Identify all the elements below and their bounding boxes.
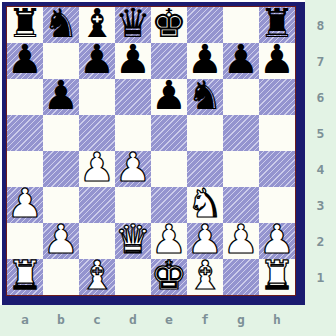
- piece-black-pawn[interactable]: ♟: [79, 41, 115, 77]
- square-a6[interactable]: [7, 79, 43, 115]
- rank-label-7: 7: [317, 54, 325, 69]
- piece-black-pawn[interactable]: ♟: [115, 41, 151, 77]
- square-e6[interactable]: ♟: [151, 79, 187, 115]
- piece-black-knight[interactable]: ♞: [187, 77, 223, 113]
- rank-label-5: 5: [317, 126, 325, 141]
- square-c1[interactable]: ♝: [79, 259, 115, 295]
- piece-black-pawn[interactable]: ♟: [223, 41, 259, 77]
- rank-label-4: 4: [317, 162, 325, 177]
- piece-white-king[interactable]: ♚: [151, 257, 187, 293]
- square-b1[interactable]: [43, 259, 79, 295]
- file-labels: abcdefgh: [7, 304, 295, 334]
- file-label-e: e: [151, 312, 187, 327]
- rank-label-6: 6: [317, 90, 325, 105]
- square-g4[interactable]: [223, 151, 259, 187]
- square-c4[interactable]: ♟: [79, 151, 115, 187]
- square-g6[interactable]: [223, 79, 259, 115]
- square-g7[interactable]: ♟: [223, 43, 259, 79]
- piece-white-pawn[interactable]: ♟: [7, 185, 43, 221]
- square-d4[interactable]: ♟: [115, 151, 151, 187]
- piece-black-king[interactable]: ♚: [151, 5, 187, 41]
- square-h5[interactable]: [259, 115, 295, 151]
- square-b4[interactable]: [43, 151, 79, 187]
- square-g1[interactable]: [223, 259, 259, 295]
- square-e4[interactable]: [151, 151, 187, 187]
- square-a3[interactable]: ♟: [7, 187, 43, 223]
- piece-white-pawn[interactable]: ♟: [223, 221, 259, 257]
- piece-white-rook[interactable]: ♜: [7, 257, 43, 293]
- square-h7[interactable]: ♟: [259, 43, 295, 79]
- square-a7[interactable]: ♟: [7, 43, 43, 79]
- rank-labels: 87654321: [305, 7, 336, 295]
- square-a5[interactable]: [7, 115, 43, 151]
- rank-label-1: 1: [317, 270, 325, 285]
- file-label-d: d: [115, 312, 151, 327]
- file-label-g: g: [223, 312, 259, 327]
- square-c6[interactable]: [79, 79, 115, 115]
- piece-white-pawn[interactable]: ♟: [79, 149, 115, 185]
- square-e1[interactable]: ♚: [151, 259, 187, 295]
- square-e5[interactable]: [151, 115, 187, 151]
- rank-label-2: 2: [317, 234, 325, 249]
- piece-white-bishop[interactable]: ♝: [79, 257, 115, 293]
- square-h6[interactable]: [259, 79, 295, 115]
- piece-white-pawn[interactable]: ♟: [43, 221, 79, 257]
- file-label-h: h: [259, 312, 295, 327]
- square-d7[interactable]: ♟: [115, 43, 151, 79]
- square-g5[interactable]: [223, 115, 259, 151]
- chess-diagram: ♜♞♝♛♚♜♟♟♟♟♟♟♟♟♞♟♟♟♞♟♛♟♟♟♟♜♝♚♝♜ abcdefgh …: [0, 0, 336, 336]
- piece-black-pawn[interactable]: ♟: [7, 41, 43, 77]
- piece-black-pawn[interactable]: ♟: [259, 41, 295, 77]
- square-f5[interactable]: [187, 115, 223, 151]
- piece-white-bishop[interactable]: ♝: [187, 257, 223, 293]
- square-e8[interactable]: ♚: [151, 7, 187, 43]
- square-c7[interactable]: ♟: [79, 43, 115, 79]
- square-h4[interactable]: [259, 151, 295, 187]
- square-d6[interactable]: [115, 79, 151, 115]
- square-a1[interactable]: ♜: [7, 259, 43, 295]
- rank-label-3: 3: [317, 198, 325, 213]
- piece-black-pawn[interactable]: ♟: [151, 77, 187, 113]
- square-c3[interactable]: [79, 187, 115, 223]
- square-b2[interactable]: ♟: [43, 223, 79, 259]
- piece-black-knight[interactable]: ♞: [43, 5, 79, 41]
- square-f6[interactable]: ♞: [187, 79, 223, 115]
- square-g2[interactable]: ♟: [223, 223, 259, 259]
- square-d2[interactable]: ♛: [115, 223, 151, 259]
- file-label-a: a: [7, 312, 43, 327]
- square-b5[interactable]: [43, 115, 79, 151]
- piece-white-rook[interactable]: ♜: [259, 257, 295, 293]
- piece-white-pawn[interactable]: ♟: [115, 149, 151, 185]
- chess-board: ♜♞♝♛♚♜♟♟♟♟♟♟♟♟♞♟♟♟♞♟♛♟♟♟♟♜♝♚♝♜: [7, 7, 295, 295]
- square-f1[interactable]: ♝: [187, 259, 223, 295]
- square-b6[interactable]: ♟: [43, 79, 79, 115]
- piece-black-pawn[interactable]: ♟: [43, 77, 79, 113]
- square-d1[interactable]: [115, 259, 151, 295]
- piece-white-queen[interactable]: ♛: [115, 221, 151, 257]
- board-border: ♜♞♝♛♚♜♟♟♟♟♟♟♟♟♞♟♟♟♞♟♛♟♟♟♟♜♝♚♝♜: [6, 6, 296, 296]
- file-label-c: c: [79, 312, 115, 327]
- board-frame: ♜♞♝♛♚♜♟♟♟♟♟♟♟♟♞♟♟♟♞♟♛♟♟♟♟♜♝♚♝♜: [0, 0, 305, 305]
- square-b8[interactable]: ♞: [43, 7, 79, 43]
- file-label-f: f: [187, 312, 223, 327]
- file-label-b: b: [43, 312, 79, 327]
- square-h1[interactable]: ♜: [259, 259, 295, 295]
- rank-label-8: 8: [317, 18, 325, 33]
